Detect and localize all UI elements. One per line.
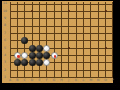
col-coordinate-label: K	[73, 79, 80, 82]
black-stone[interactable]	[36, 59, 43, 66]
grid-line-horizontal	[10, 33, 113, 34]
white-stone-marked[interactable]	[51, 52, 58, 59]
row-coordinate-label: 7	[2, 32, 8, 35]
red-marker-dot	[54, 55, 57, 58]
white-stone[interactable]	[21, 52, 28, 59]
black-stone[interactable]	[36, 52, 43, 59]
black-stone[interactable]	[21, 59, 28, 66]
screenshot-root: 1110987654321ABCDEFGHJKLMNOP	[0, 0, 120, 90]
col-coordinate-label: M	[87, 79, 94, 82]
col-coordinate-label: P	[109, 79, 116, 82]
col-coordinate-label: B	[14, 79, 21, 82]
red-marker-dot	[17, 55, 20, 58]
star-point	[105, 47, 107, 49]
white-stone[interactable]	[43, 59, 50, 66]
black-stone[interactable]	[36, 45, 43, 52]
grid-line-horizontal	[10, 26, 113, 27]
black-stone[interactable]	[43, 52, 50, 59]
row-coordinate-label: 9	[2, 17, 8, 20]
col-coordinate-label: D	[29, 79, 36, 82]
black-stone[interactable]	[29, 52, 36, 59]
grid-line-horizontal	[10, 4, 113, 5]
row-coordinate-label: 10	[2, 10, 8, 13]
row-coordinate-label: 8	[2, 24, 8, 27]
row-coordinate-label: 5	[2, 47, 8, 50]
grid-line-horizontal	[10, 18, 113, 19]
go-board[interactable]: 1110987654321ABCDEFGHJKLMNOP	[2, 1, 113, 83]
col-coordinate-label: E	[36, 79, 43, 82]
white-stone[interactable]	[43, 45, 50, 52]
col-coordinate-label: L	[80, 79, 87, 82]
col-coordinate-label: G	[51, 79, 58, 82]
row-coordinate-label: 6	[2, 39, 8, 42]
white-stone-marked[interactable]	[14, 52, 21, 59]
black-stone[interactable]	[14, 59, 21, 66]
col-coordinate-label: N	[95, 79, 102, 82]
col-coordinate-label: H	[58, 79, 65, 82]
grid-line-horizontal	[10, 70, 113, 71]
black-stone[interactable]	[29, 45, 36, 52]
black-stone[interactable]	[29, 59, 36, 66]
row-coordinate-label: 2	[2, 69, 8, 72]
col-coordinate-label: O	[102, 79, 109, 82]
black-stone[interactable]	[21, 37, 28, 44]
row-coordinate-label: 11	[2, 2, 8, 5]
grid-line-horizontal	[10, 11, 113, 12]
col-coordinate-label: C	[21, 79, 28, 82]
col-coordinate-label: F	[43, 79, 50, 82]
col-coordinate-label: A	[7, 79, 14, 82]
star-point	[68, 47, 70, 49]
row-coordinate-label: 3	[2, 61, 8, 64]
row-coordinate-label: 4	[2, 54, 8, 57]
col-coordinate-label: J	[65, 79, 72, 82]
grid-line-horizontal	[10, 48, 113, 49]
